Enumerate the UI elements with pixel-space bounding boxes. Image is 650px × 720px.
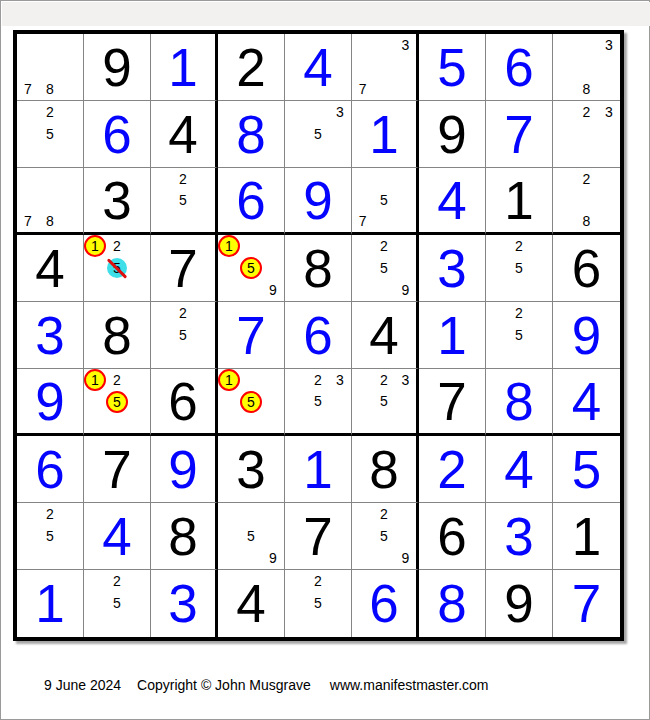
candidate-grid: 38 xyxy=(553,34,620,100)
candidate: 8 xyxy=(575,78,597,100)
cell-r7c6[interactable]: 8 xyxy=(352,436,419,503)
cell-r3c5[interactable]: 9 xyxy=(285,168,352,235)
cell-r8c2[interactable]: 4 xyxy=(84,503,151,570)
solved-digit: 6 xyxy=(17,436,83,502)
cell-r6c9[interactable]: 4 xyxy=(553,369,620,436)
sudoku-board: 7891243756382564835197237832569574128412… xyxy=(13,30,624,641)
highlighted-candidate: 1 xyxy=(84,369,106,391)
candidate: 3 xyxy=(329,369,351,390)
highlighted-candidate: 5 xyxy=(240,391,262,413)
solved-digit: 1 xyxy=(352,101,416,167)
solved-digit: 6 xyxy=(218,168,284,232)
cell-r7c7[interactable]: 2 xyxy=(419,436,486,503)
solved-digit: 5 xyxy=(553,436,620,502)
cell-r4c5[interactable]: 8 xyxy=(285,235,352,302)
candidate-grid: 78 xyxy=(17,34,83,100)
candidate: 3 xyxy=(395,34,416,56)
solved-digit: 1 xyxy=(151,34,215,100)
cell-r6c7[interactable]: 7 xyxy=(419,369,486,436)
candidate-grid: 57 xyxy=(352,168,416,232)
candidate: 5 xyxy=(106,391,128,413)
solved-digit: 4 xyxy=(419,168,485,232)
given-digit: 7 xyxy=(419,369,485,433)
cell-r7c5[interactable]: 1 xyxy=(285,436,352,503)
solved-digit: 3 xyxy=(486,503,552,569)
cell-r5c2[interactable]: 8 xyxy=(84,302,151,369)
candidate: 2 xyxy=(508,302,530,324)
cell-r2c9[interactable]: 23 xyxy=(553,101,620,168)
cell-r7c2[interactable]: 7 xyxy=(84,436,151,503)
cell-r6c1[interactable]: 9 xyxy=(17,369,84,436)
given-digit: 4 xyxy=(17,235,83,301)
candidate-grid: 125 xyxy=(84,369,150,433)
candidate: 7 xyxy=(17,211,39,232)
cell-r8c6[interactable]: 259 xyxy=(352,503,419,570)
cell-r1c5[interactable]: 4 xyxy=(285,34,352,101)
solved-digit: 7 xyxy=(553,570,620,637)
candidate-grid: 25 xyxy=(486,302,552,368)
cell-r3c7[interactable]: 4 xyxy=(419,168,486,235)
cell-r3c8[interactable]: 1 xyxy=(486,168,553,235)
cell-r3c2[interactable]: 3 xyxy=(84,168,151,235)
cell-r5c9[interactable]: 9 xyxy=(553,302,620,369)
solved-digit: 8 xyxy=(218,101,284,167)
candidate: 2 xyxy=(307,369,329,390)
solved-digit: 9 xyxy=(553,302,620,368)
cell-r1c1[interactable]: 78 xyxy=(17,34,84,101)
candidate: 5 xyxy=(39,525,61,547)
cell-r6c5[interactable]: 235 xyxy=(285,369,352,436)
cell-r7c1[interactable]: 6 xyxy=(17,436,84,503)
solved-digit: 4 xyxy=(84,503,150,569)
candidate: 2 xyxy=(172,302,193,324)
candidate: 5 xyxy=(240,257,262,279)
candidate-grid: 35 xyxy=(285,101,351,167)
given-digit: 7 xyxy=(84,436,150,502)
cell-r3c1[interactable]: 78 xyxy=(17,168,84,235)
candidate-grid: 25 xyxy=(486,235,552,301)
given-digit: 8 xyxy=(151,503,215,569)
solved-digit: 6 xyxy=(352,570,416,637)
given-digit: 8 xyxy=(84,302,150,368)
cell-r9c3[interactable]: 3 xyxy=(151,570,218,637)
solved-digit: 3 xyxy=(151,570,215,637)
candidate: 5 xyxy=(307,390,329,411)
candidate: 2 xyxy=(575,101,597,123)
page-frame: 7891243756382564835197237832569574128412… xyxy=(0,0,650,720)
cell-r8c4[interactable]: 59 xyxy=(218,503,285,570)
candidate: 8 xyxy=(39,211,61,232)
given-digit: 4 xyxy=(218,570,284,637)
candidate: 1 xyxy=(84,235,106,257)
cell-r2c8[interactable]: 7 xyxy=(486,101,553,168)
solved-digit: 9 xyxy=(17,369,83,433)
candidate-grid: 235 xyxy=(285,369,351,433)
cell-r8c5[interactable]: 7 xyxy=(285,503,352,570)
cell-r6c8[interactable]: 8 xyxy=(486,369,553,436)
given-digit: 2 xyxy=(218,34,284,100)
cell-r3c9[interactable]: 28 xyxy=(553,168,620,235)
solved-digit: 2 xyxy=(419,436,485,502)
cell-r4c7[interactable]: 3 xyxy=(419,235,486,302)
candidate: 5 xyxy=(508,324,530,346)
candidate: 9 xyxy=(262,547,284,569)
candidate: 5 xyxy=(172,189,193,210)
candidate: 3 xyxy=(329,101,351,123)
solved-digit: 6 xyxy=(84,101,150,167)
candidate: 7 xyxy=(352,211,373,232)
solved-digit: 5 xyxy=(419,34,485,100)
given-digit: 6 xyxy=(419,503,485,569)
cell-r1c7[interactable]: 5 xyxy=(419,34,486,101)
cell-r5c5[interactable]: 6 xyxy=(285,302,352,369)
candidate: 2 xyxy=(172,168,193,189)
cell-r5c4[interactable]: 7 xyxy=(218,302,285,369)
cell-r4c6[interactable]: 259 xyxy=(352,235,419,302)
given-digit: 9 xyxy=(486,570,552,637)
candidate: 5 xyxy=(373,525,394,547)
cell-r1c8[interactable]: 6 xyxy=(486,34,553,101)
solved-digit: 7 xyxy=(486,101,552,167)
cell-r8c1[interactable]: 25 xyxy=(17,503,84,570)
candidate: 7 xyxy=(352,78,373,100)
candidate: 2 xyxy=(373,235,394,257)
footer-website: www.manifestmaster.com xyxy=(330,677,489,693)
given-digit: 9 xyxy=(419,101,485,167)
candidate-grid: 25 xyxy=(17,503,83,569)
cell-r8c8[interactable]: 3 xyxy=(486,503,553,570)
cell-r4c3[interactable]: 7 xyxy=(151,235,218,302)
cell-r9c9[interactable]: 7 xyxy=(553,570,620,637)
candidate: 5 xyxy=(39,123,61,145)
cell-r2c5[interactable]: 35 xyxy=(285,101,352,168)
given-digit: 7 xyxy=(151,235,215,301)
solved-digit: 9 xyxy=(285,168,351,232)
solved-digit: 9 xyxy=(151,436,215,502)
candidate-grid: 23 xyxy=(553,101,620,167)
candidate-grid: 25 xyxy=(151,302,215,368)
candidate: 5 xyxy=(307,123,329,145)
cell-r7c4[interactable]: 3 xyxy=(218,436,285,503)
solved-digit: 1 xyxy=(17,570,83,637)
candidate-grid: 59 xyxy=(218,503,284,569)
cell-r2c7[interactable]: 9 xyxy=(419,101,486,168)
cell-r6c2[interactable]: 125 xyxy=(84,369,151,436)
candidate: 3 xyxy=(395,369,416,390)
given-digit: 6 xyxy=(553,235,620,301)
highlighted-candidate: 1 xyxy=(84,235,106,257)
given-digit: 3 xyxy=(218,436,284,502)
cell-r8c3[interactable]: 8 xyxy=(151,503,218,570)
given-digit: 7 xyxy=(285,503,351,569)
cell-r8c7[interactable]: 6 xyxy=(419,503,486,570)
given-digit: 6 xyxy=(151,369,215,433)
highlighted-candidate: 5 xyxy=(106,391,128,413)
highlighted-candidate: 1 xyxy=(218,235,240,257)
candidate: 1 xyxy=(84,369,106,391)
candidate: 2 xyxy=(373,369,394,390)
cell-r6c3[interactable]: 6 xyxy=(151,369,218,436)
solved-digit: 8 xyxy=(419,570,485,637)
candidate: 2 xyxy=(373,503,394,525)
candidate-grid: 25 xyxy=(285,570,351,637)
top-bar xyxy=(2,2,650,26)
candidate: 9 xyxy=(262,279,284,301)
cell-r7c8[interactable]: 4 xyxy=(486,436,553,503)
given-digit: 8 xyxy=(352,436,416,502)
given-digit: 1 xyxy=(553,503,620,569)
cell-r4c2[interactable]: 125 xyxy=(84,235,151,302)
solved-digit: 3 xyxy=(17,302,83,368)
candidate: 1 xyxy=(218,369,240,391)
candidate: 2 xyxy=(39,101,61,123)
cell-r9c2[interactable]: 25 xyxy=(84,570,151,637)
cell-r6c6[interactable]: 235 xyxy=(352,369,419,436)
solved-digit: 6 xyxy=(285,302,351,368)
candidate: 7 xyxy=(17,78,39,100)
cell-r9c5[interactable]: 25 xyxy=(285,570,352,637)
cell-r4c8[interactable]: 25 xyxy=(486,235,553,302)
candidate: 2 xyxy=(106,235,128,257)
candidate: 5 xyxy=(172,324,193,346)
cell-r5c1[interactable]: 3 xyxy=(17,302,84,369)
cell-r9c4[interactable]: 4 xyxy=(218,570,285,637)
cell-r5c3[interactable]: 25 xyxy=(151,302,218,369)
candidate-grid: 259 xyxy=(352,503,416,569)
cell-r1c3[interactable]: 1 xyxy=(151,34,218,101)
cell-r1c2[interactable]: 9 xyxy=(84,34,151,101)
cell-r4c4[interactable]: 159 xyxy=(218,235,285,302)
candidate: 9 xyxy=(395,547,416,569)
candidate-grid: 235 xyxy=(352,369,416,433)
candidate: 5 xyxy=(307,592,329,614)
cell-r7c9[interactable]: 5 xyxy=(553,436,620,503)
solved-digit: 1 xyxy=(419,302,485,368)
candidate-grid: 25 xyxy=(151,168,215,232)
candidate: 2 xyxy=(575,168,597,189)
candidate-grid: 259 xyxy=(352,235,416,301)
cell-r2c6[interactable]: 1 xyxy=(352,101,419,168)
cell-r2c1[interactable]: 25 xyxy=(17,101,84,168)
eliminated-candidate: 5 xyxy=(107,258,127,278)
solved-digit: 6 xyxy=(486,34,552,100)
candidate: 3 xyxy=(598,34,620,56)
candidate: 5 xyxy=(106,257,128,279)
cell-r3c4[interactable]: 6 xyxy=(218,168,285,235)
candidate: 2 xyxy=(39,503,61,525)
solved-digit: 4 xyxy=(486,436,552,502)
candidate: 5 xyxy=(240,391,262,413)
cell-r9c8[interactable]: 9 xyxy=(486,570,553,637)
candidate: 5 xyxy=(508,257,530,279)
cell-r3c3[interactable]: 25 xyxy=(151,168,218,235)
cell-r4c9[interactable]: 6 xyxy=(553,235,620,302)
candidate: 8 xyxy=(39,78,61,100)
cell-r5c8[interactable]: 25 xyxy=(486,302,553,369)
cell-r3c6[interactable]: 57 xyxy=(352,168,419,235)
highlighted-candidate: 1 xyxy=(218,369,240,391)
solved-digit: 8 xyxy=(486,369,552,433)
cell-r5c7[interactable]: 1 xyxy=(419,302,486,369)
cell-r9c6[interactable]: 6 xyxy=(352,570,419,637)
candidate: 8 xyxy=(575,211,597,232)
candidate-grid: 78 xyxy=(17,168,83,232)
candidate: 2 xyxy=(106,369,128,391)
candidate-grid: 159 xyxy=(218,235,284,301)
candidate: 5 xyxy=(373,390,394,411)
given-digit: 9 xyxy=(84,34,150,100)
footer: 9 June 2024Copyright © John Musgravewww.… xyxy=(44,677,489,693)
candidate: 5 xyxy=(373,189,394,210)
candidate: 1 xyxy=(218,235,240,257)
highlighted-candidate: 5 xyxy=(240,257,262,279)
footer-copyright: Copyright © John Musgrave xyxy=(137,677,311,693)
solved-digit: 3 xyxy=(419,235,485,301)
candidate: 5 xyxy=(240,525,262,547)
given-digit: 8 xyxy=(285,235,351,301)
solved-digit: 1 xyxy=(285,436,351,502)
cell-r4c1[interactable]: 4 xyxy=(17,235,84,302)
cell-r1c4[interactable]: 2 xyxy=(218,34,285,101)
cell-r5c6[interactable]: 4 xyxy=(352,302,419,369)
candidate: 5 xyxy=(106,592,128,614)
given-digit: 1 xyxy=(486,168,552,232)
solved-digit: 7 xyxy=(218,302,284,368)
cell-r2c2[interactable]: 6 xyxy=(84,101,151,168)
footer-date: 9 June 2024 xyxy=(44,677,121,693)
candidate-grid: 25 xyxy=(17,101,83,167)
solved-digit: 4 xyxy=(285,34,351,100)
given-digit: 3 xyxy=(84,168,150,232)
given-digit: 4 xyxy=(151,101,215,167)
cell-r6c4[interactable]: 15 xyxy=(218,369,285,436)
candidate: 2 xyxy=(307,570,329,592)
cell-r8c9[interactable]: 1 xyxy=(553,503,620,570)
candidate-grid: 15 xyxy=(218,369,284,433)
candidate: 5 xyxy=(373,257,394,279)
candidate: 2 xyxy=(508,235,530,257)
cell-r7c3[interactable]: 9 xyxy=(151,436,218,503)
candidate-grid: 28 xyxy=(553,168,620,232)
cell-r1c6[interactable]: 37 xyxy=(352,34,419,101)
candidate: 2 xyxy=(106,570,128,592)
candidate-grid: 25 xyxy=(84,570,150,637)
cell-r9c7[interactable]: 8 xyxy=(419,570,486,637)
cell-r2c4[interactable]: 8 xyxy=(218,101,285,168)
cell-r1c9[interactable]: 38 xyxy=(553,34,620,101)
candidate-grid: 37 xyxy=(352,34,416,100)
candidate: 3 xyxy=(598,101,620,123)
given-digit: 4 xyxy=(352,302,416,368)
candidate-grid: 125 xyxy=(84,235,150,301)
cell-r2c3[interactable]: 4 xyxy=(151,101,218,168)
cell-r9c1[interactable]: 1 xyxy=(17,570,84,637)
solved-digit: 4 xyxy=(553,369,620,433)
candidate: 9 xyxy=(395,279,416,301)
